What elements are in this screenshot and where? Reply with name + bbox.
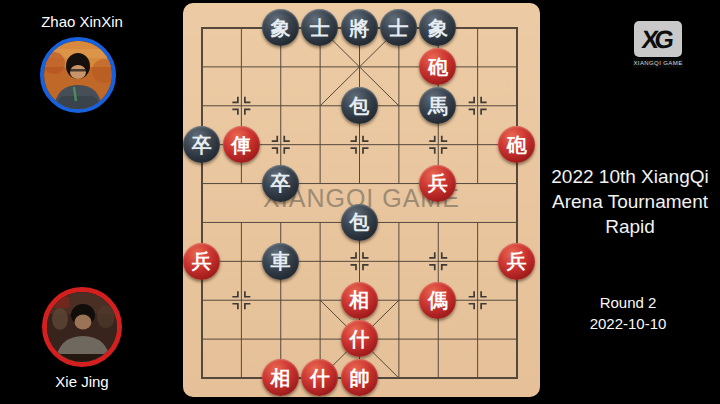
player-bottom-avatar: [42, 287, 122, 367]
xiangqi-game-logo: XG XIANGQI GAME: [633, 21, 683, 68]
logo-box: XG: [634, 21, 682, 57]
piece-red-elephant[interactable]: 相: [262, 359, 299, 396]
piece-red-soldier[interactable]: 兵: [498, 243, 535, 280]
piece-red-chariot[interactable]: 俥: [223, 126, 260, 163]
round-number: Round 2: [544, 292, 712, 313]
round-date: 2022-10-10: [544, 313, 712, 334]
piece-black-elephant[interactable]: 象: [262, 9, 299, 46]
piece-black-cannon[interactable]: 包: [341, 204, 378, 241]
event-title-line1: 2022 10th XiangQi: [544, 164, 716, 189]
player-top-name: Zhao XinXin: [2, 13, 162, 30]
player-bottom-photo: [47, 292, 117, 362]
piece-black-elephant[interactable]: 象: [419, 9, 456, 46]
event-title-line3: Rapid: [544, 214, 716, 239]
player-top-photo: [44, 41, 112, 109]
piece-black-general[interactable]: 將: [341, 9, 378, 46]
player-top-avatar: [40, 37, 116, 113]
piece-red-advisor[interactable]: 什: [341, 320, 378, 357]
piece-red-elephant[interactable]: 相: [341, 282, 378, 319]
piece-red-cannon[interactable]: 砲: [419, 48, 456, 85]
piece-red-general[interactable]: 帥: [341, 359, 378, 396]
player-bottom-name: Xie Jing: [2, 373, 162, 390]
piece-grid: 象士將士象砲包馬卒俥砲卒兵包兵車兵相傌什相什帥: [182, 9, 536, 398]
piece-red-soldier[interactable]: 兵: [183, 243, 220, 280]
piece-red-horse[interactable]: 傌: [419, 282, 456, 319]
piece-black-advisor[interactable]: 士: [301, 9, 338, 46]
piece-black-chariot[interactable]: 車: [262, 243, 299, 280]
xiangqi-board: XIANGQI GAME 象士將士象砲包馬卒俥砲卒兵包兵車兵相傌什相什帥: [183, 3, 540, 397]
piece-black-soldier[interactable]: 卒: [183, 126, 220, 163]
piece-black-soldier[interactable]: 卒: [262, 165, 299, 202]
piece-red-advisor[interactable]: 什: [301, 359, 338, 396]
event-title: 2022 10th XiangQi Arena Tournament Rapid: [544, 164, 716, 239]
piece-black-horse[interactable]: 馬: [419, 87, 456, 124]
video-frame: Zhao XinXin Xie Jing: [0, 0, 720, 404]
logo-caption: XIANGQI GAME: [633, 58, 683, 68]
piece-black-cannon[interactable]: 包: [341, 87, 378, 124]
piece-red-cannon[interactable]: 砲: [498, 126, 535, 163]
piece-black-advisor[interactable]: 士: [380, 9, 417, 46]
xg-monogram-icon: XG: [640, 25, 675, 54]
event-title-line2: Arena Tournament: [544, 189, 716, 214]
piece-red-soldier[interactable]: 兵: [419, 165, 456, 202]
round-info: Round 2 2022-10-10: [544, 292, 712, 334]
